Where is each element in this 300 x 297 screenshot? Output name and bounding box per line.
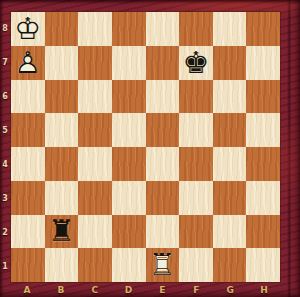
- rank-label-6: 6: [0, 79, 10, 113]
- square-e6[interactable]: [146, 80, 180, 114]
- square-f4[interactable]: [179, 147, 213, 181]
- white-pawn-outline-glyph: ♙: [11, 46, 45, 80]
- square-g1[interactable]: [213, 248, 247, 282]
- white-king-outline-glyph: ♔: [11, 12, 45, 46]
- square-g5[interactable]: [213, 113, 247, 147]
- rank-label-5: 5: [0, 113, 10, 147]
- square-d3[interactable]: [112, 181, 146, 215]
- square-e8[interactable]: [146, 12, 180, 46]
- file-label-b: B: [44, 283, 78, 297]
- square-a8[interactable]: ♚♔: [11, 12, 45, 46]
- square-c5[interactable]: [78, 113, 112, 147]
- rank-label-7: 7: [0, 45, 10, 79]
- file-label-e: E: [146, 283, 180, 297]
- square-f1[interactable]: [179, 248, 213, 282]
- rank-label-8: 8: [0, 11, 10, 45]
- square-c1[interactable]: [78, 248, 112, 282]
- square-b5[interactable]: [45, 113, 79, 147]
- square-b1[interactable]: [45, 248, 79, 282]
- square-f3[interactable]: [179, 181, 213, 215]
- square-h8[interactable]: [246, 12, 280, 46]
- file-label-c: C: [78, 283, 112, 297]
- square-e3[interactable]: [146, 181, 180, 215]
- square-g2[interactable]: [213, 215, 247, 249]
- square-c7[interactable]: [78, 46, 112, 80]
- white-king[interactable]: ♚♔: [11, 12, 45, 46]
- square-d2[interactable]: [112, 215, 146, 249]
- square-h6[interactable]: [246, 80, 280, 114]
- square-h1[interactable]: [246, 248, 280, 282]
- file-labels: ABCDEFGH: [10, 283, 281, 297]
- square-f7[interactable]: ♚: [179, 46, 213, 80]
- file-label-a: A: [10, 283, 44, 297]
- square-e2[interactable]: [146, 215, 180, 249]
- rank-labels: 87654321: [0, 11, 10, 283]
- file-label-d: D: [112, 283, 146, 297]
- square-b8[interactable]: [45, 12, 79, 46]
- square-c4[interactable]: [78, 147, 112, 181]
- square-d8[interactable]: [112, 12, 146, 46]
- square-g3[interactable]: [213, 181, 247, 215]
- square-f2[interactable]: [179, 215, 213, 249]
- square-a1[interactable]: [11, 248, 45, 282]
- rank-label-2: 2: [0, 215, 10, 249]
- square-g6[interactable]: [213, 80, 247, 114]
- square-h7[interactable]: [246, 46, 280, 80]
- square-g8[interactable]: [213, 12, 247, 46]
- square-a6[interactable]: [11, 80, 45, 114]
- rank-label-1: 1: [0, 249, 10, 283]
- square-h5[interactable]: [246, 113, 280, 147]
- square-a4[interactable]: [11, 147, 45, 181]
- square-d5[interactable]: [112, 113, 146, 147]
- black-king[interactable]: ♚: [179, 46, 213, 80]
- square-b6[interactable]: [45, 80, 79, 114]
- square-d4[interactable]: [112, 147, 146, 181]
- square-b2[interactable]: ♜: [45, 215, 79, 249]
- square-h4[interactable]: [246, 147, 280, 181]
- rank-label-3: 3: [0, 181, 10, 215]
- white-rook-outline-glyph: ♖: [146, 248, 180, 282]
- file-label-h: H: [247, 283, 281, 297]
- square-e4[interactable]: [146, 147, 180, 181]
- square-e1[interactable]: ♜♖: [146, 248, 180, 282]
- square-g7[interactable]: [213, 46, 247, 80]
- square-c3[interactable]: [78, 181, 112, 215]
- white-pawn[interactable]: ♟♙: [11, 46, 45, 80]
- square-f5[interactable]: [179, 113, 213, 147]
- square-c8[interactable]: [78, 12, 112, 46]
- square-a3[interactable]: [11, 181, 45, 215]
- board: ♚♔♟♙♚♜♜♖: [10, 11, 281, 283]
- file-label-g: G: [213, 283, 247, 297]
- square-f6[interactable]: [179, 80, 213, 114]
- square-h3[interactable]: [246, 181, 280, 215]
- white-rook[interactable]: ♜♖: [146, 248, 180, 282]
- black-king-glyph: ♚: [179, 46, 213, 80]
- square-d1[interactable]: [112, 248, 146, 282]
- square-f8[interactable]: [179, 12, 213, 46]
- square-d7[interactable]: [112, 46, 146, 80]
- square-d6[interactable]: [112, 80, 146, 114]
- square-c2[interactable]: [78, 215, 112, 249]
- square-e5[interactable]: [146, 113, 180, 147]
- chess-board-frame: 87654321 ♚♔♟♙♚♜♜♖ ABCDEFGH: [0, 0, 300, 297]
- black-rook-glyph: ♜: [45, 215, 79, 249]
- square-h2[interactable]: [246, 215, 280, 249]
- rank-label-4: 4: [0, 147, 10, 181]
- square-a7[interactable]: ♟♙: [11, 46, 45, 80]
- square-e7[interactable]: [146, 46, 180, 80]
- square-b7[interactable]: [45, 46, 79, 80]
- square-c6[interactable]: [78, 80, 112, 114]
- file-label-f: F: [179, 283, 213, 297]
- square-b3[interactable]: [45, 181, 79, 215]
- square-a2[interactable]: [11, 215, 45, 249]
- black-rook[interactable]: ♜: [45, 215, 79, 249]
- square-g4[interactable]: [213, 147, 247, 181]
- square-a5[interactable]: [11, 113, 45, 147]
- square-b4[interactable]: [45, 147, 79, 181]
